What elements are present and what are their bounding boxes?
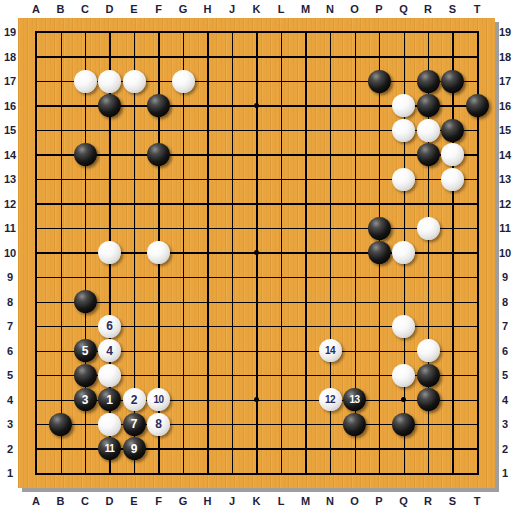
intersection-T10[interactable]: [465, 240, 490, 265]
intersection-L3[interactable]: [269, 412, 294, 437]
intersection-C10[interactable]: [73, 240, 98, 265]
intersection-E12[interactable]: [122, 191, 147, 216]
intersection-K1[interactable]: [244, 461, 269, 486]
intersection-D8[interactable]: [97, 289, 122, 314]
intersection-T14[interactable]: [465, 142, 490, 167]
intersection-R8[interactable]: [416, 289, 441, 314]
intersection-B12[interactable]: [48, 191, 73, 216]
intersection-S6[interactable]: [440, 338, 465, 363]
intersection-J18[interactable]: [220, 44, 245, 69]
intersection-N7[interactable]: [318, 314, 343, 339]
intersection-T9[interactable]: [465, 265, 490, 290]
intersection-G15[interactable]: [171, 118, 196, 143]
intersection-B3[interactable]: [48, 412, 73, 437]
intersection-A5[interactable]: [24, 363, 49, 388]
intersection-L15[interactable]: [269, 118, 294, 143]
intersection-E3[interactable]: 7: [122, 412, 147, 437]
intersection-D4[interactable]: 1: [97, 387, 122, 412]
intersection-A7[interactable]: [24, 314, 49, 339]
intersection-P8[interactable]: [367, 289, 392, 314]
intersection-G11[interactable]: [171, 216, 196, 241]
intersection-R3[interactable]: [416, 412, 441, 437]
intersection-K19[interactable]: [244, 20, 269, 45]
intersection-B5[interactable]: [48, 363, 73, 388]
intersection-J10[interactable]: [220, 240, 245, 265]
intersection-N14[interactable]: [318, 142, 343, 167]
intersection-H17[interactable]: [195, 69, 220, 94]
intersection-C16[interactable]: [73, 93, 98, 118]
intersection-C7[interactable]: [73, 314, 98, 339]
intersection-S8[interactable]: [440, 289, 465, 314]
intersection-J8[interactable]: [220, 289, 245, 314]
intersection-Q4[interactable]: [391, 387, 416, 412]
intersection-P16[interactable]: [367, 93, 392, 118]
intersection-F1[interactable]: [146, 461, 171, 486]
intersection-T2[interactable]: [465, 436, 490, 461]
intersection-G7[interactable]: [171, 314, 196, 339]
intersection-B8[interactable]: [48, 289, 73, 314]
intersection-P2[interactable]: [367, 436, 392, 461]
intersection-O8[interactable]: [342, 289, 367, 314]
intersection-Q10[interactable]: [391, 240, 416, 265]
intersection-G2[interactable]: [171, 436, 196, 461]
intersection-F10[interactable]: [146, 240, 171, 265]
intersection-N18[interactable]: [318, 44, 343, 69]
intersection-R9[interactable]: [416, 265, 441, 290]
intersection-K2[interactable]: [244, 436, 269, 461]
intersection-F13[interactable]: [146, 167, 171, 192]
intersection-A2[interactable]: [24, 436, 49, 461]
intersection-E13[interactable]: [122, 167, 147, 192]
intersection-E5[interactable]: [122, 363, 147, 388]
intersection-H15[interactable]: [195, 118, 220, 143]
intersection-H5[interactable]: [195, 363, 220, 388]
intersection-K12[interactable]: [244, 191, 269, 216]
intersection-D9[interactable]: [97, 265, 122, 290]
intersection-S11[interactable]: [440, 216, 465, 241]
intersection-J7[interactable]: [220, 314, 245, 339]
intersection-G18[interactable]: [171, 44, 196, 69]
intersection-T15[interactable]: [465, 118, 490, 143]
intersection-S15[interactable]: [440, 118, 465, 143]
intersection-O12[interactable]: [342, 191, 367, 216]
intersection-T4[interactable]: [465, 387, 490, 412]
intersection-C9[interactable]: [73, 265, 98, 290]
intersection-J16[interactable]: [220, 93, 245, 118]
intersection-O17[interactable]: [342, 69, 367, 94]
intersection-C4[interactable]: 3: [73, 387, 98, 412]
intersection-J6[interactable]: [220, 338, 245, 363]
intersection-N19[interactable]: [318, 20, 343, 45]
intersection-O6[interactable]: [342, 338, 367, 363]
intersection-T5[interactable]: [465, 363, 490, 388]
intersection-M18[interactable]: [293, 44, 318, 69]
intersection-A11[interactable]: [24, 216, 49, 241]
intersection-T3[interactable]: [465, 412, 490, 437]
intersection-T8[interactable]: [465, 289, 490, 314]
intersection-S2[interactable]: [440, 436, 465, 461]
intersection-N5[interactable]: [318, 363, 343, 388]
intersection-E16[interactable]: [122, 93, 147, 118]
intersection-R14[interactable]: [416, 142, 441, 167]
intersection-S4[interactable]: [440, 387, 465, 412]
intersection-O13[interactable]: [342, 167, 367, 192]
intersection-J5[interactable]: [220, 363, 245, 388]
intersection-O4[interactable]: 13: [342, 387, 367, 412]
intersection-P10[interactable]: [367, 240, 392, 265]
intersection-H16[interactable]: [195, 93, 220, 118]
intersection-G3[interactable]: [171, 412, 196, 437]
intersection-L9[interactable]: [269, 265, 294, 290]
intersection-T12[interactable]: [465, 191, 490, 216]
intersection-P3[interactable]: [367, 412, 392, 437]
intersection-H8[interactable]: [195, 289, 220, 314]
intersection-G16[interactable]: [171, 93, 196, 118]
intersection-P17[interactable]: [367, 69, 392, 94]
intersection-N6[interactable]: 14: [318, 338, 343, 363]
intersection-F16[interactable]: [146, 93, 171, 118]
intersection-A6[interactable]: [24, 338, 49, 363]
intersection-R19[interactable]: [416, 20, 441, 45]
intersection-M5[interactable]: [293, 363, 318, 388]
intersection-F8[interactable]: [146, 289, 171, 314]
intersection-D2[interactable]: 11: [97, 436, 122, 461]
intersection-A12[interactable]: [24, 191, 49, 216]
intersection-F11[interactable]: [146, 216, 171, 241]
intersection-L10[interactable]: [269, 240, 294, 265]
intersection-O2[interactable]: [342, 436, 367, 461]
intersection-M11[interactable]: [293, 216, 318, 241]
intersection-B16[interactable]: [48, 93, 73, 118]
intersection-A13[interactable]: [24, 167, 49, 192]
intersection-B18[interactable]: [48, 44, 73, 69]
intersection-Q6[interactable]: [391, 338, 416, 363]
intersection-R18[interactable]: [416, 44, 441, 69]
intersection-K17[interactable]: [244, 69, 269, 94]
intersection-F12[interactable]: [146, 191, 171, 216]
intersection-K4[interactable]: [244, 387, 269, 412]
intersection-Q14[interactable]: [391, 142, 416, 167]
intersection-F3[interactable]: 8: [146, 412, 171, 437]
intersection-C11[interactable]: [73, 216, 98, 241]
intersection-H13[interactable]: [195, 167, 220, 192]
intersection-H18[interactable]: [195, 44, 220, 69]
intersection-C6[interactable]: 5: [73, 338, 98, 363]
intersection-J4[interactable]: [220, 387, 245, 412]
intersection-P11[interactable]: [367, 216, 392, 241]
intersection-A19[interactable]: [24, 20, 49, 45]
intersection-T18[interactable]: [465, 44, 490, 69]
intersection-S3[interactable]: [440, 412, 465, 437]
intersection-T1[interactable]: [465, 461, 490, 486]
intersection-E2[interactable]: 9: [122, 436, 147, 461]
intersection-F2[interactable]: [146, 436, 171, 461]
intersection-N8[interactable]: [318, 289, 343, 314]
intersection-T16[interactable]: [465, 93, 490, 118]
intersection-Q15[interactable]: [391, 118, 416, 143]
intersection-D11[interactable]: [97, 216, 122, 241]
intersection-B2[interactable]: [48, 436, 73, 461]
intersection-T13[interactable]: [465, 167, 490, 192]
intersection-J1[interactable]: [220, 461, 245, 486]
intersection-Q11[interactable]: [391, 216, 416, 241]
intersection-N17[interactable]: [318, 69, 343, 94]
intersection-G1[interactable]: [171, 461, 196, 486]
intersection-K11[interactable]: [244, 216, 269, 241]
intersection-K8[interactable]: [244, 289, 269, 314]
intersection-O18[interactable]: [342, 44, 367, 69]
intersection-G4[interactable]: [171, 387, 196, 412]
intersection-Q5[interactable]: [391, 363, 416, 388]
intersection-Q13[interactable]: [391, 167, 416, 192]
intersection-S13[interactable]: [440, 167, 465, 192]
intersection-N11[interactable]: [318, 216, 343, 241]
intersection-H6[interactable]: [195, 338, 220, 363]
intersection-M16[interactable]: [293, 93, 318, 118]
intersection-K3[interactable]: [244, 412, 269, 437]
intersection-P15[interactable]: [367, 118, 392, 143]
intersection-R10[interactable]: [416, 240, 441, 265]
intersection-D12[interactable]: [97, 191, 122, 216]
intersection-B9[interactable]: [48, 265, 73, 290]
intersection-R5[interactable]: [416, 363, 441, 388]
intersection-K9[interactable]: [244, 265, 269, 290]
intersection-K15[interactable]: [244, 118, 269, 143]
intersection-T7[interactable]: [465, 314, 490, 339]
intersection-O10[interactable]: [342, 240, 367, 265]
intersection-F17[interactable]: [146, 69, 171, 94]
intersection-C15[interactable]: [73, 118, 98, 143]
intersection-E18[interactable]: [122, 44, 147, 69]
intersection-M17[interactable]: [293, 69, 318, 94]
intersection-Q19[interactable]: [391, 20, 416, 45]
intersection-N9[interactable]: [318, 265, 343, 290]
intersection-S14[interactable]: [440, 142, 465, 167]
intersection-M4[interactable]: [293, 387, 318, 412]
intersection-D13[interactable]: [97, 167, 122, 192]
intersection-M15[interactable]: [293, 118, 318, 143]
intersection-S1[interactable]: [440, 461, 465, 486]
intersection-B6[interactable]: [48, 338, 73, 363]
intersection-F4[interactable]: 10: [146, 387, 171, 412]
intersection-J17[interactable]: [220, 69, 245, 94]
intersection-H19[interactable]: [195, 20, 220, 45]
intersection-L16[interactable]: [269, 93, 294, 118]
intersection-E17[interactable]: [122, 69, 147, 94]
intersection-L1[interactable]: [269, 461, 294, 486]
intersection-J9[interactable]: [220, 265, 245, 290]
intersection-C18[interactable]: [73, 44, 98, 69]
intersection-F14[interactable]: [146, 142, 171, 167]
intersection-H1[interactable]: [195, 461, 220, 486]
intersection-J14[interactable]: [220, 142, 245, 167]
intersection-M3[interactable]: [293, 412, 318, 437]
intersection-B1[interactable]: [48, 461, 73, 486]
intersection-E15[interactable]: [122, 118, 147, 143]
intersection-R2[interactable]: [416, 436, 441, 461]
intersection-Q17[interactable]: [391, 69, 416, 94]
intersection-O14[interactable]: [342, 142, 367, 167]
intersection-H10[interactable]: [195, 240, 220, 265]
intersection-G9[interactable]: [171, 265, 196, 290]
intersection-G12[interactable]: [171, 191, 196, 216]
intersection-A17[interactable]: [24, 69, 49, 94]
intersection-G19[interactable]: [171, 20, 196, 45]
intersection-N13[interactable]: [318, 167, 343, 192]
intersection-T17[interactable]: [465, 69, 490, 94]
intersection-P4[interactable]: [367, 387, 392, 412]
intersection-T11[interactable]: [465, 216, 490, 241]
intersection-P1[interactable]: [367, 461, 392, 486]
intersection-S9[interactable]: [440, 265, 465, 290]
intersection-G14[interactable]: [171, 142, 196, 167]
intersection-C3[interactable]: [73, 412, 98, 437]
intersection-D5[interactable]: [97, 363, 122, 388]
intersection-K7[interactable]: [244, 314, 269, 339]
intersection-K13[interactable]: [244, 167, 269, 192]
intersection-S16[interactable]: [440, 93, 465, 118]
intersection-E7[interactable]: [122, 314, 147, 339]
intersection-E1[interactable]: [122, 461, 147, 486]
intersection-O1[interactable]: [342, 461, 367, 486]
intersection-C17[interactable]: [73, 69, 98, 94]
intersection-T6[interactable]: [465, 338, 490, 363]
intersection-A14[interactable]: [24, 142, 49, 167]
intersection-D6[interactable]: 4: [97, 338, 122, 363]
intersection-M12[interactable]: [293, 191, 318, 216]
intersection-L4[interactable]: [269, 387, 294, 412]
intersection-H9[interactable]: [195, 265, 220, 290]
intersection-M8[interactable]: [293, 289, 318, 314]
intersection-B15[interactable]: [48, 118, 73, 143]
intersection-M14[interactable]: [293, 142, 318, 167]
intersection-L11[interactable]: [269, 216, 294, 241]
intersection-R12[interactable]: [416, 191, 441, 216]
intersection-N15[interactable]: [318, 118, 343, 143]
intersection-M19[interactable]: [293, 20, 318, 45]
intersection-R11[interactable]: [416, 216, 441, 241]
intersection-S17[interactable]: [440, 69, 465, 94]
intersection-Q7[interactable]: [391, 314, 416, 339]
intersection-L12[interactable]: [269, 191, 294, 216]
intersection-E8[interactable]: [122, 289, 147, 314]
intersection-M10[interactable]: [293, 240, 318, 265]
intersection-R13[interactable]: [416, 167, 441, 192]
intersection-H12[interactable]: [195, 191, 220, 216]
intersection-E6[interactable]: [122, 338, 147, 363]
intersection-N1[interactable]: [318, 461, 343, 486]
intersection-A8[interactable]: [24, 289, 49, 314]
intersection-C2[interactable]: [73, 436, 98, 461]
intersection-Q8[interactable]: [391, 289, 416, 314]
intersection-N12[interactable]: [318, 191, 343, 216]
intersection-F5[interactable]: [146, 363, 171, 388]
intersection-B13[interactable]: [48, 167, 73, 192]
intersection-K18[interactable]: [244, 44, 269, 69]
intersection-L8[interactable]: [269, 289, 294, 314]
intersection-K5[interactable]: [244, 363, 269, 388]
intersection-O11[interactable]: [342, 216, 367, 241]
intersection-E4[interactable]: 2: [122, 387, 147, 412]
intersection-J13[interactable]: [220, 167, 245, 192]
intersection-N10[interactable]: [318, 240, 343, 265]
intersection-D14[interactable]: [97, 142, 122, 167]
intersection-E19[interactable]: [122, 20, 147, 45]
intersection-L5[interactable]: [269, 363, 294, 388]
intersection-A9[interactable]: [24, 265, 49, 290]
intersection-Q12[interactable]: [391, 191, 416, 216]
intersection-E10[interactable]: [122, 240, 147, 265]
intersection-Q2[interactable]: [391, 436, 416, 461]
intersection-P18[interactable]: [367, 44, 392, 69]
intersection-G13[interactable]: [171, 167, 196, 192]
intersection-T19[interactable]: [465, 20, 490, 45]
intersection-P7[interactable]: [367, 314, 392, 339]
intersection-L13[interactable]: [269, 167, 294, 192]
intersection-C1[interactable]: [73, 461, 98, 486]
intersection-Q16[interactable]: [391, 93, 416, 118]
intersection-E14[interactable]: [122, 142, 147, 167]
intersection-L2[interactable]: [269, 436, 294, 461]
intersection-F18[interactable]: [146, 44, 171, 69]
intersection-K16[interactable]: [244, 93, 269, 118]
intersection-G8[interactable]: [171, 289, 196, 314]
intersection-O15[interactable]: [342, 118, 367, 143]
intersection-F6[interactable]: [146, 338, 171, 363]
intersection-K14[interactable]: [244, 142, 269, 167]
intersection-S5[interactable]: [440, 363, 465, 388]
intersection-G10[interactable]: [171, 240, 196, 265]
intersection-C19[interactable]: [73, 20, 98, 45]
intersection-D15[interactable]: [97, 118, 122, 143]
intersection-R17[interactable]: [416, 69, 441, 94]
intersection-D7[interactable]: 6: [97, 314, 122, 339]
intersection-A1[interactable]: [24, 461, 49, 486]
intersection-O19[interactable]: [342, 20, 367, 45]
intersection-K6[interactable]: [244, 338, 269, 363]
intersection-D17[interactable]: [97, 69, 122, 94]
intersection-B4[interactable]: [48, 387, 73, 412]
intersection-L19[interactable]: [269, 20, 294, 45]
intersection-P12[interactable]: [367, 191, 392, 216]
intersection-R16[interactable]: [416, 93, 441, 118]
intersection-C14[interactable]: [73, 142, 98, 167]
intersection-N2[interactable]: [318, 436, 343, 461]
intersection-M1[interactable]: [293, 461, 318, 486]
intersection-A18[interactable]: [24, 44, 49, 69]
intersection-P13[interactable]: [367, 167, 392, 192]
intersection-F15[interactable]: [146, 118, 171, 143]
intersection-D1[interactable]: [97, 461, 122, 486]
intersection-H11[interactable]: [195, 216, 220, 241]
intersection-E11[interactable]: [122, 216, 147, 241]
intersection-L18[interactable]: [269, 44, 294, 69]
intersection-S10[interactable]: [440, 240, 465, 265]
intersection-H3[interactable]: [195, 412, 220, 437]
intersection-S7[interactable]: [440, 314, 465, 339]
intersection-P14[interactable]: [367, 142, 392, 167]
intersection-H2[interactable]: [195, 436, 220, 461]
intersection-N3[interactable]: [318, 412, 343, 437]
intersection-L17[interactable]: [269, 69, 294, 94]
intersection-F7[interactable]: [146, 314, 171, 339]
intersection-G6[interactable]: [171, 338, 196, 363]
intersection-P19[interactable]: [367, 20, 392, 45]
intersection-F9[interactable]: [146, 265, 171, 290]
intersection-P6[interactable]: [367, 338, 392, 363]
intersection-G17[interactable]: [171, 69, 196, 94]
intersection-A10[interactable]: [24, 240, 49, 265]
